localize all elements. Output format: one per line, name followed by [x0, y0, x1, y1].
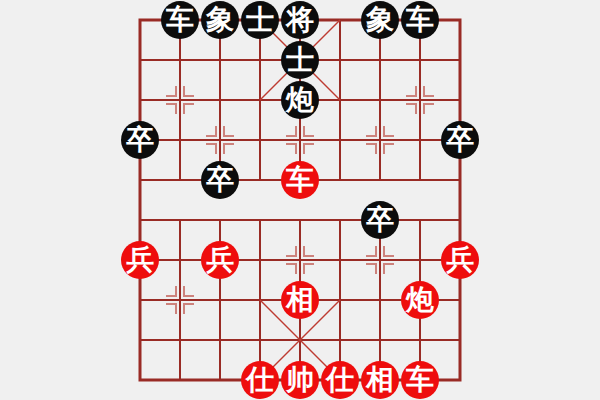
piece-black-elephant[interactable]: 象: [361, 1, 399, 39]
piece-red-advisor[interactable]: 仕: [241, 361, 279, 399]
piece-red-chariot[interactable]: 车: [401, 361, 439, 399]
piece-black-soldier[interactable]: 卒: [441, 121, 479, 159]
piece-black-chariot[interactable]: 车: [161, 1, 199, 39]
piece-black-general[interactable]: 将: [281, 1, 319, 39]
piece-red-elephant[interactable]: 相: [361, 361, 399, 399]
piece-black-soldier[interactable]: 卒: [361, 201, 399, 239]
piece-red-advisor[interactable]: 仕: [321, 361, 359, 399]
piece-red-cannon[interactable]: 炮: [401, 281, 439, 319]
app-background: 车象士将象车士炮卒卒卒车卒兵兵兵相炮仕帅仕相车: [0, 0, 600, 400]
piece-red-elephant[interactable]: 相: [281, 281, 319, 319]
piece-black-cannon[interactable]: 炮: [281, 81, 319, 119]
piece-black-elephant[interactable]: 象: [201, 1, 239, 39]
piece-black-advisor[interactable]: 士: [241, 1, 279, 39]
pieces-layer: 车象士将象车士炮卒卒卒车卒兵兵兵相炮仕帅仕相车: [120, 0, 480, 400]
piece-red-chariot[interactable]: 车: [281, 161, 319, 199]
piece-black-chariot[interactable]: 车: [401, 1, 439, 39]
piece-red-soldier[interactable]: 兵: [121, 241, 159, 279]
xiangqi-board: 车象士将象车士炮卒卒卒车卒兵兵兵相炮仕帅仕相车: [0, 0, 600, 400]
piece-black-soldier[interactable]: 卒: [201, 161, 239, 199]
piece-black-advisor[interactable]: 士: [281, 41, 319, 79]
piece-black-soldier[interactable]: 卒: [121, 121, 159, 159]
piece-red-soldier[interactable]: 兵: [201, 241, 239, 279]
piece-red-general[interactable]: 帅: [281, 361, 319, 399]
piece-red-soldier[interactable]: 兵: [441, 241, 479, 279]
